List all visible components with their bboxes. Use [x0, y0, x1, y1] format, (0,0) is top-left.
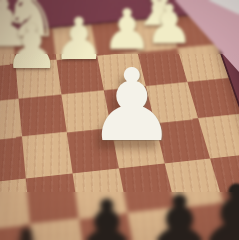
cream-pawn-piece: ♟ — [4, 16, 60, 78]
cream-pawn-piece: ♟ — [145, 0, 193, 52]
white-center-pawn-piece: ♟ — [87, 56, 177, 156]
black-pawn-piece: ♟ — [191, 172, 239, 240]
black-pawn-piece: ♟ — [0, 220, 58, 240]
chessboard-photo: ♟ ♞ ♟ ♟ ♟ ♝ ♟ ♟ ♟ ♟ ♟ ♟ — [0, 0, 239, 240]
black-pawn-piece: ♟ — [71, 190, 143, 240]
